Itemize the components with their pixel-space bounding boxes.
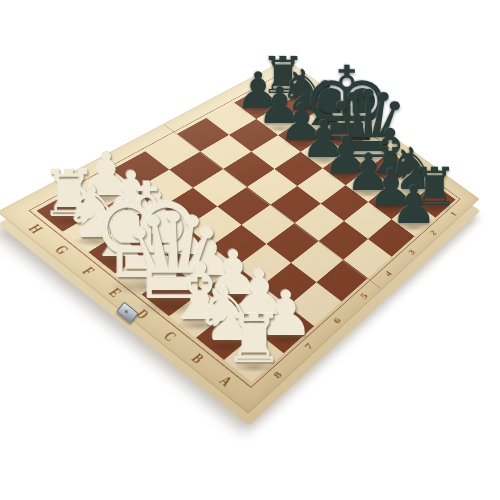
piece-white-rook: ♜: [224, 306, 284, 373]
product-photo-stage: HGFEDCBA 12345678 ♜♞♝♛♚♝♞♜♟♟♟♟♟♟♟♟♟♟♟♟♟♟…: [0, 0, 500, 500]
piece-black-pawn: ♟: [390, 180, 437, 232]
